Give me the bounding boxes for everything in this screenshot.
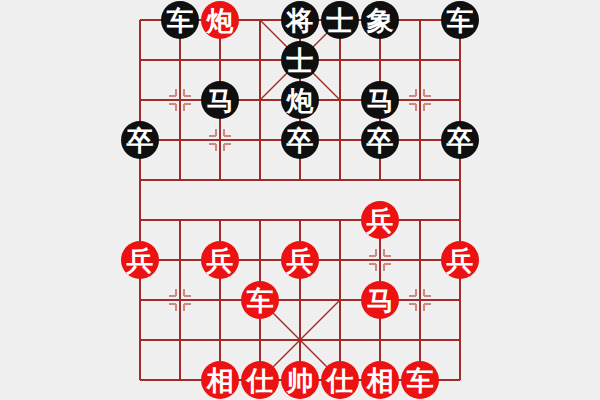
xiangqi-board: 车炮将士象车士马炮马卒卒卒卒兵兵兵兵兵车马相仕帅仕相车 (0, 0, 600, 400)
piece-black-soldier[interactable]: 卒 (441, 121, 479, 159)
piece-red-soldier[interactable]: 兵 (361, 201, 399, 239)
piece-red-advisor[interactable]: 仕 (241, 361, 279, 399)
piece-black-soldier[interactable]: 卒 (281, 121, 319, 159)
piece-red-horse[interactable]: 马 (361, 281, 399, 319)
piece-red-soldier[interactable]: 兵 (121, 241, 159, 279)
piece-red-chariot[interactable]: 车 (401, 361, 439, 399)
piece-black-horse[interactable]: 马 (361, 81, 399, 119)
piece-black-soldier[interactable]: 卒 (361, 121, 399, 159)
piece-red-elephant[interactable]: 相 (361, 361, 399, 399)
piece-red-elephant[interactable]: 相 (201, 361, 239, 399)
piece-red-general[interactable]: 帅 (281, 361, 319, 399)
piece-black-soldier[interactable]: 卒 (121, 121, 159, 159)
piece-red-chariot[interactable]: 车 (241, 281, 279, 319)
piece-black-advisor[interactable]: 士 (321, 1, 359, 39)
board-pieces-layer: 车炮将士象车士马炮马卒卒卒卒兵兵兵兵兵车马相仕帅仕相车 (120, 0, 480, 400)
piece-black-elephant[interactable]: 象 (361, 1, 399, 39)
piece-black-cannon[interactable]: 炮 (281, 81, 319, 119)
piece-black-advisor[interactable]: 士 (281, 41, 319, 79)
piece-red-soldier[interactable]: 兵 (201, 241, 239, 279)
piece-black-chariot[interactable]: 车 (161, 1, 199, 39)
piece-red-advisor[interactable]: 仕 (321, 361, 359, 399)
piece-red-cannon[interactable]: 炮 (201, 1, 239, 39)
piece-red-soldier[interactable]: 兵 (441, 241, 479, 279)
piece-red-soldier[interactable]: 兵 (281, 241, 319, 279)
piece-black-chariot[interactable]: 车 (441, 1, 479, 39)
piece-black-general[interactable]: 将 (281, 1, 319, 39)
piece-black-horse[interactable]: 马 (201, 81, 239, 119)
